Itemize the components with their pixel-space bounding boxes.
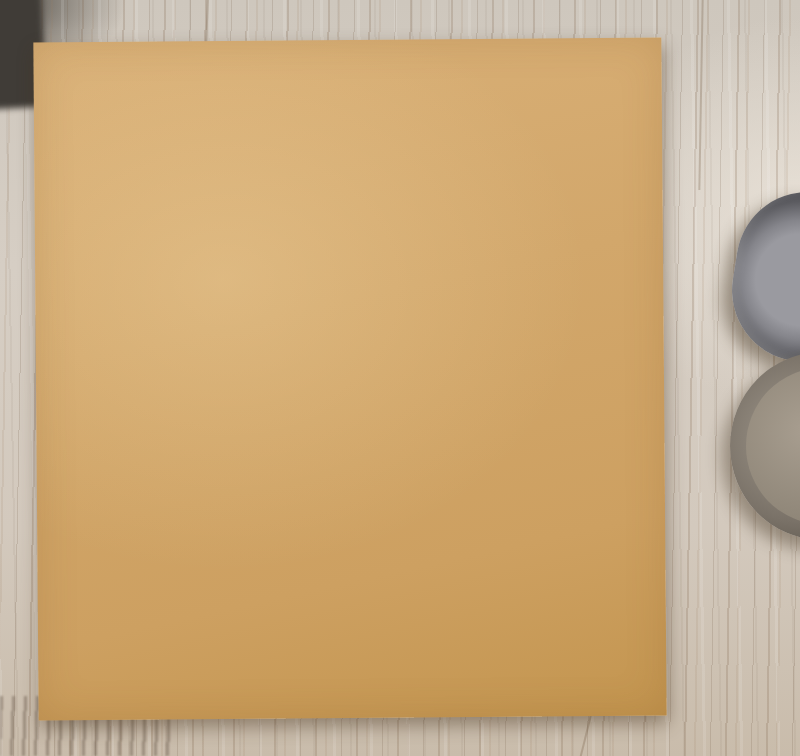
stone-bowl-interior — [746, 368, 800, 524]
go-board — [33, 38, 666, 721]
bowl-lid — [722, 182, 800, 377]
photo-go-annotation-scene: { "game": "go", "board_size": 19, "posit… — [0, 0, 800, 756]
plank-seam — [205, 0, 209, 44]
plank-seam — [698, 0, 703, 190]
stone-bowl — [730, 352, 800, 540]
